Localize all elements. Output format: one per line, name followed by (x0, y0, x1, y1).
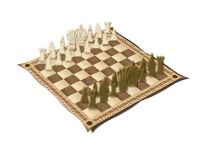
chess-board: ♜♞♝♛♚♝♞♜♟♟♟♟♟♟♟♟♟♟♟♟♟♟♟♟♜♞♝♛♚♝♞♜ (13, 24, 190, 136)
chess-set-product-photo: ♜♞♝♛♚♝♞♜♟♟♟♟♟♟♟♟♟♟♟♟♟♟♟♟♜♞♝♛♚♝♞♜ (0, 0, 198, 150)
black-rook-a8: ♜ (79, 66, 107, 113)
white-pawn-a2: ♟ (36, 31, 61, 73)
